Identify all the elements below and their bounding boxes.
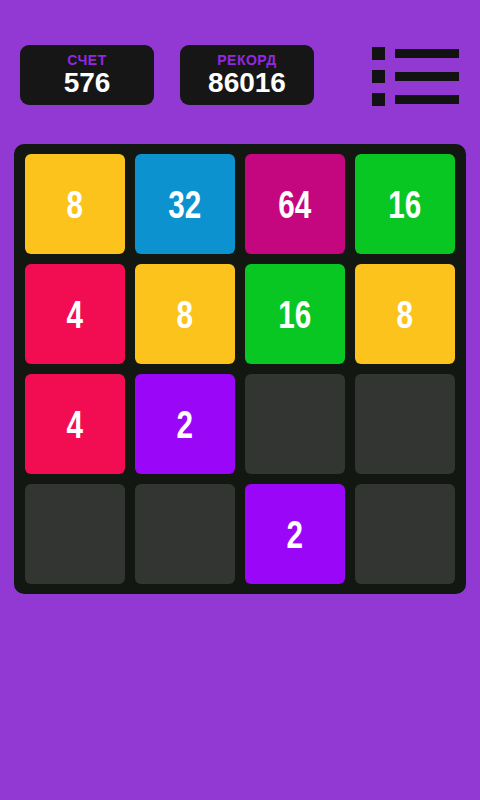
tile-32: 32 [135,154,235,254]
tile-value: 16 [279,295,312,334]
tile-value: 2 [287,515,303,554]
tile-8: 8 [25,154,125,254]
menu-icon-row [372,70,459,83]
tile-4: 4 [25,374,125,474]
tile-value: 16 [389,185,422,224]
tile-value: 4 [67,405,83,444]
tile-value: 64 [279,185,312,224]
tile-16: 16 [355,154,455,254]
tile-value: 8 [177,295,193,334]
tile-4: 4 [25,264,125,364]
empty-cell [135,484,235,584]
menu-icon-row [372,47,459,60]
menu-line-icon [395,95,459,104]
score-label: СЧЕТ [67,53,107,67]
empty-cell [245,374,345,474]
score-panel: СЧЕТ 576 [20,45,154,105]
app-screen: СЧЕТ 576 РЕКОРД 86016 832641648168422 [0,0,480,800]
tile-2: 2 [245,484,345,584]
best-score-panel: РЕКОРД 86016 [180,45,314,105]
best-score-value: 86016 [208,69,286,97]
menu-bullet-icon [372,93,385,106]
tile-value: 8 [397,295,413,334]
empty-cell [355,484,455,584]
menu-bullet-icon [372,70,385,83]
game-board[interactable]: 832641648168422 [14,144,466,594]
menu-button[interactable] [372,47,459,106]
tile-value: 32 [169,185,202,224]
tile-2: 2 [135,374,235,474]
tile-64: 64 [245,154,345,254]
tile-8: 8 [135,264,235,364]
tile-value: 2 [177,405,193,444]
menu-line-icon [395,49,459,58]
tile-value: 8 [67,185,83,224]
menu-line-icon [395,72,459,81]
empty-cell [355,374,455,474]
tile-16: 16 [245,264,345,364]
menu-icon-row [372,93,459,106]
best-score-label: РЕКОРД [217,53,277,67]
tile-8: 8 [355,264,455,364]
score-value: 576 [64,69,111,97]
tile-value: 4 [67,295,83,334]
empty-cell [25,484,125,584]
menu-bullet-icon [372,47,385,60]
